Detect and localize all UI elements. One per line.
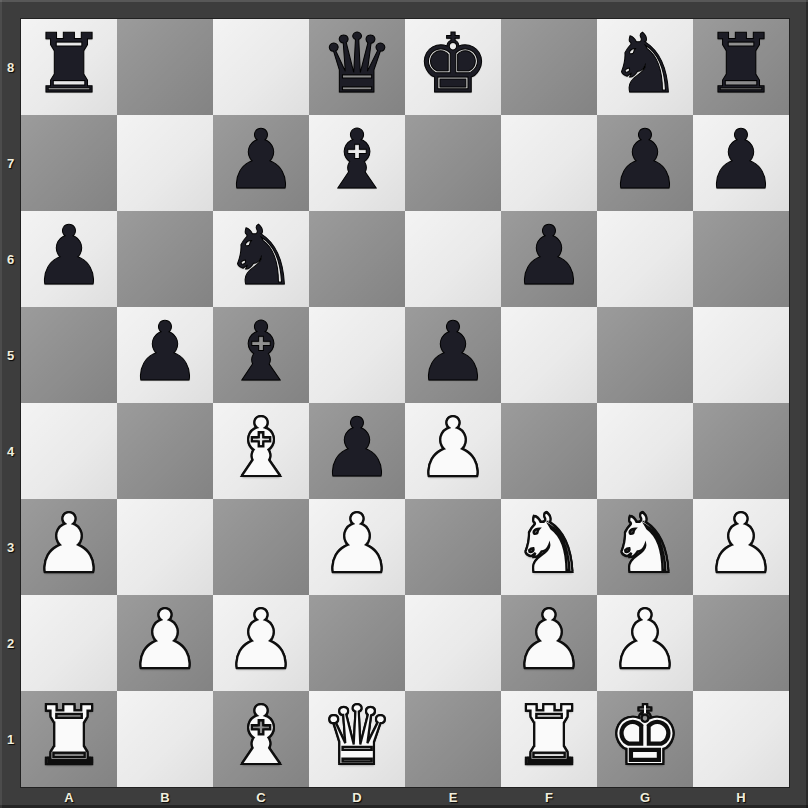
white-pawn-piece: ♟ [512, 599, 586, 681]
white-bishop-piece: ♝ [224, 695, 298, 777]
square-b8[interactable] [117, 19, 213, 115]
file-label-e: E [405, 787, 501, 808]
board-frame: 87654321 ♜♛♚♞♜♟♝♟♟♟♞♟♟♝♟♝♟♟♟♟♞♞♟♟♟♟♟♜♝♛♜… [0, 0, 808, 808]
black-bishop-piece: ♝ [320, 119, 394, 201]
square-c5[interactable]: ♝ [213, 307, 309, 403]
black-knight-piece: ♞ [608, 23, 682, 105]
square-b6[interactable] [117, 211, 213, 307]
square-e6[interactable] [405, 211, 501, 307]
square-d7[interactable]: ♝ [309, 115, 405, 211]
black-pawn-piece: ♟ [704, 119, 778, 201]
square-b5[interactable]: ♟ [117, 307, 213, 403]
black-rook-piece: ♜ [32, 23, 106, 105]
white-pawn-piece: ♟ [128, 599, 202, 681]
square-c4[interactable]: ♝ [213, 403, 309, 499]
white-pawn-piece: ♟ [704, 503, 778, 585]
file-label-b: B [117, 787, 213, 808]
black-pawn-piece: ♟ [32, 215, 106, 297]
square-d3[interactable]: ♟ [309, 499, 405, 595]
rank-label-3: 3 [0, 499, 21, 595]
white-knight-piece: ♞ [512, 503, 586, 585]
rank-label-2: 2 [0, 595, 21, 691]
square-h8[interactable]: ♜ [693, 19, 789, 115]
board: ♜♛♚♞♜♟♝♟♟♟♞♟♟♝♟♝♟♟♟♟♞♞♟♟♟♟♟♜♝♛♜♚ [21, 19, 789, 787]
file-labels: ABCDEFGH [21, 787, 789, 808]
square-f2[interactable]: ♟ [501, 595, 597, 691]
black-pawn-piece: ♟ [608, 119, 682, 201]
square-a4[interactable] [21, 403, 117, 499]
square-f3[interactable]: ♞ [501, 499, 597, 595]
rank-label-1: 1 [0, 691, 21, 787]
square-f7[interactable] [501, 115, 597, 211]
square-a5[interactable] [21, 307, 117, 403]
square-c1[interactable]: ♝ [213, 691, 309, 787]
square-e7[interactable] [405, 115, 501, 211]
square-f6[interactable]: ♟ [501, 211, 597, 307]
black-knight-piece: ♞ [224, 215, 298, 297]
square-f4[interactable] [501, 403, 597, 499]
square-a7[interactable] [21, 115, 117, 211]
white-rook-piece: ♜ [32, 695, 106, 777]
square-f8[interactable] [501, 19, 597, 115]
rank-label-6: 6 [0, 211, 21, 307]
square-d4[interactable]: ♟ [309, 403, 405, 499]
black-pawn-piece: ♟ [320, 407, 394, 489]
square-h7[interactable]: ♟ [693, 115, 789, 211]
white-queen-piece: ♛ [320, 695, 394, 777]
square-a8[interactable]: ♜ [21, 19, 117, 115]
rank-label-7: 7 [0, 115, 21, 211]
black-pawn-piece: ♟ [512, 215, 586, 297]
square-h1[interactable] [693, 691, 789, 787]
square-h3[interactable]: ♟ [693, 499, 789, 595]
square-c2[interactable]: ♟ [213, 595, 309, 691]
black-bishop-piece: ♝ [224, 311, 298, 393]
square-c7[interactable]: ♟ [213, 115, 309, 211]
white-pawn-piece: ♟ [320, 503, 394, 585]
square-e4[interactable]: ♟ [405, 403, 501, 499]
square-d2[interactable] [309, 595, 405, 691]
square-d1[interactable]: ♛ [309, 691, 405, 787]
square-c6[interactable]: ♞ [213, 211, 309, 307]
black-rook-piece: ♜ [704, 23, 778, 105]
file-label-c: C [213, 787, 309, 808]
white-pawn-piece: ♟ [416, 407, 490, 489]
square-e8[interactable]: ♚ [405, 19, 501, 115]
square-a1[interactable]: ♜ [21, 691, 117, 787]
square-h5[interactable] [693, 307, 789, 403]
file-label-a: A [21, 787, 117, 808]
square-d5[interactable] [309, 307, 405, 403]
square-g6[interactable] [597, 211, 693, 307]
black-pawn-piece: ♟ [128, 311, 202, 393]
black-pawn-piece: ♟ [416, 311, 490, 393]
black-king-piece: ♚ [416, 23, 490, 105]
square-g2[interactable]: ♟ [597, 595, 693, 691]
square-g1[interactable]: ♚ [597, 691, 693, 787]
rank-labels: 87654321 [0, 19, 21, 787]
square-h2[interactable] [693, 595, 789, 691]
square-e3[interactable] [405, 499, 501, 595]
black-pawn-piece: ♟ [224, 119, 298, 201]
square-b3[interactable] [117, 499, 213, 595]
file-label-f: F [501, 787, 597, 808]
square-e5[interactable]: ♟ [405, 307, 501, 403]
square-g4[interactable] [597, 403, 693, 499]
rank-label-4: 4 [0, 403, 21, 499]
square-f5[interactable] [501, 307, 597, 403]
white-pawn-piece: ♟ [608, 599, 682, 681]
square-a6[interactable]: ♟ [21, 211, 117, 307]
square-a3[interactable]: ♟ [21, 499, 117, 595]
square-c8[interactable] [213, 19, 309, 115]
square-b4[interactable] [117, 403, 213, 499]
square-b7[interactable] [117, 115, 213, 211]
square-f1[interactable]: ♜ [501, 691, 597, 787]
square-e2[interactable] [405, 595, 501, 691]
square-c3[interactable] [213, 499, 309, 595]
square-g5[interactable] [597, 307, 693, 403]
rank-label-5: 5 [0, 307, 21, 403]
square-g3[interactable]: ♞ [597, 499, 693, 595]
file-label-d: D [309, 787, 405, 808]
white-pawn-piece: ♟ [224, 599, 298, 681]
white-bishop-piece: ♝ [224, 407, 298, 489]
square-b1[interactable] [117, 691, 213, 787]
file-label-g: G [597, 787, 693, 808]
white-rook-piece: ♜ [512, 695, 586, 777]
square-d8[interactable]: ♛ [309, 19, 405, 115]
square-g7[interactable]: ♟ [597, 115, 693, 211]
square-h4[interactable] [693, 403, 789, 499]
square-g8[interactable]: ♞ [597, 19, 693, 115]
black-queen-piece: ♛ [320, 23, 394, 105]
square-e1[interactable] [405, 691, 501, 787]
square-h6[interactable] [693, 211, 789, 307]
white-king-piece: ♚ [608, 695, 682, 777]
file-label-h: H [693, 787, 789, 808]
square-d6[interactable] [309, 211, 405, 307]
white-pawn-piece: ♟ [32, 503, 106, 585]
square-a2[interactable] [21, 595, 117, 691]
white-knight-piece: ♞ [608, 503, 682, 585]
square-b2[interactable]: ♟ [117, 595, 213, 691]
rank-label-8: 8 [0, 19, 21, 115]
